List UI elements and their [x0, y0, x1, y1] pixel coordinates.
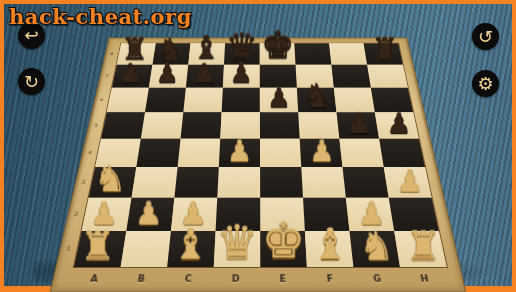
square-h7[interactable]	[367, 65, 408, 88]
chess-board: ♜♞♝♛♚♜♟♟♟♟♟♞♟♟♟♟♞♟♟♟♟♟♜♝♛♚♝♞♜	[73, 43, 448, 268]
square-b4[interactable]	[136, 139, 180, 167]
square-a6[interactable]	[107, 88, 149, 113]
square-e1[interactable]: ♚	[260, 231, 307, 267]
back-icon: ↩	[24, 27, 38, 44]
piece-black-pawn[interactable]: ♟	[223, 61, 260, 87]
square-g5[interactable]: ♟	[337, 112, 380, 138]
piece-black-pawn[interactable]: ♟	[149, 61, 186, 87]
square-b6[interactable]	[145, 88, 186, 113]
board-3d-wrap: ♜♞♝♛♚♜♟♟♟♟♟♞♟♟♟♟♞♟♟♟♟♟♜♝♛♚♝♞♜ ABCDEFGH 8…	[49, 37, 466, 292]
file-label-a: A	[69, 274, 118, 284]
piece-white-king[interactable]: ♚	[260, 217, 307, 266]
square-e5[interactable]	[260, 112, 300, 138]
piece-white-knight[interactable]: ♞	[89, 160, 132, 196]
square-c7[interactable]: ♟	[186, 65, 224, 88]
board-scene: ♜♞♝♛♚♜♟♟♟♟♟♞♟♟♟♟♞♟♟♟♟♟♜♝♛♚♝♞♜ ABCDEFGH 8…	[4, 4, 512, 286]
gear-icon: ⚙	[477, 75, 493, 93]
piece-white-bishop[interactable]: ♝	[167, 224, 214, 266]
square-g4[interactable]	[339, 139, 383, 167]
file-label-e: E	[259, 274, 306, 284]
undo-button[interactable]: ↺	[472, 23, 499, 50]
square-c3[interactable]	[174, 167, 218, 198]
square-b5[interactable]	[141, 112, 183, 138]
piece-black-knight[interactable]: ♞	[298, 79, 336, 112]
piece-white-knight[interactable]: ♞	[353, 226, 400, 266]
square-d4[interactable]: ♟	[219, 139, 260, 167]
square-c1[interactable]: ♝	[167, 231, 215, 267]
square-h8[interactable]: ♜	[364, 43, 403, 64]
square-g1[interactable]: ♞	[350, 231, 401, 267]
square-e6[interactable]: ♟	[260, 88, 298, 113]
piece-black-pawn[interactable]: ♟	[260, 85, 298, 112]
piece-white-bishop[interactable]: ♝	[307, 224, 354, 266]
square-a7[interactable]: ♟	[112, 65, 153, 88]
piece-white-rook[interactable]: ♜	[74, 226, 121, 266]
square-g8[interactable]	[329, 43, 367, 64]
file-label-d: D	[212, 274, 259, 284]
square-f6[interactable]: ♞	[297, 88, 337, 113]
square-e3[interactable]	[260, 167, 303, 198]
file-labels: ABCDEFGH	[69, 274, 449, 284]
square-d1[interactable]: ♛	[214, 231, 261, 267]
piece-black-pawn[interactable]: ♟	[186, 61, 223, 87]
square-b7[interactable]: ♟	[149, 65, 188, 88]
square-b1[interactable]	[121, 231, 171, 267]
settings-button[interactable]: ⚙	[472, 70, 499, 97]
piece-black-rook[interactable]: ♜	[367, 34, 403, 64]
piece-black-king[interactable]: ♚	[260, 27, 296, 65]
square-h1[interactable]: ♜	[394, 231, 446, 267]
square-a5[interactable]	[101, 112, 145, 138]
piece-white-pawn[interactable]: ♟	[389, 167, 432, 197]
piece-white-queen[interactable]: ♛	[214, 219, 261, 266]
square-g3[interactable]	[343, 167, 389, 198]
square-f4[interactable]: ♟	[300, 139, 343, 167]
square-c4[interactable]	[178, 139, 221, 167]
square-c6[interactable]	[183, 88, 223, 113]
square-e8[interactable]: ♚	[260, 43, 296, 64]
board-frame: ♜♞♝♛♚♜♟♟♟♟♟♞♟♟♟♟♞♟♟♟♟♟♜♝♛♚♝♞♜ ABCDEFGH 8…	[49, 37, 466, 292]
square-a1[interactable]: ♜	[74, 231, 126, 267]
rotate-board-button[interactable]: ↻	[18, 68, 45, 95]
piece-black-pawn[interactable]: ♟	[339, 110, 379, 138]
square-d7[interactable]: ♟	[223, 65, 260, 88]
square-f8[interactable]	[294, 43, 331, 64]
file-label-f: F	[306, 274, 354, 284]
square-f1[interactable]: ♝	[305, 231, 354, 267]
piece-black-pawn[interactable]: ♟	[379, 110, 419, 138]
file-label-c: C	[164, 274, 212, 284]
square-b3[interactable]	[132, 167, 178, 198]
square-h5[interactable]: ♟	[375, 112, 419, 138]
piece-white-rook[interactable]: ♜	[400, 226, 447, 266]
square-c5[interactable]	[181, 112, 222, 138]
square-d3[interactable]	[217, 167, 260, 198]
file-label-h: H	[400, 274, 449, 284]
file-label-b: B	[117, 274, 165, 284]
file-label-g: G	[353, 274, 402, 284]
undo-icon: ↺	[478, 28, 493, 46]
piece-white-pawn[interactable]: ♟	[126, 199, 171, 230]
watermark-text: hack-cheat.org	[9, 4, 192, 29]
square-d6[interactable]	[222, 88, 260, 113]
square-f3[interactable]	[301, 167, 346, 198]
piece-white-pawn[interactable]: ♟	[219, 137, 260, 166]
app-screen: hack-cheat.org ↩ ↻ ↺ ⚙ ♜♞♝♛♚♜♟♟♟♟♟♞♟♟♟♟♞…	[0, 0, 516, 292]
square-e4[interactable]	[260, 139, 301, 167]
square-a3[interactable]: ♞	[89, 167, 137, 198]
square-h3[interactable]: ♟	[384, 167, 432, 198]
piece-white-pawn[interactable]: ♟	[301, 137, 342, 166]
square-g7[interactable]	[331, 65, 371, 88]
rotate-icon: ↻	[24, 73, 39, 91]
piece-black-pawn[interactable]: ♟	[112, 61, 149, 87]
